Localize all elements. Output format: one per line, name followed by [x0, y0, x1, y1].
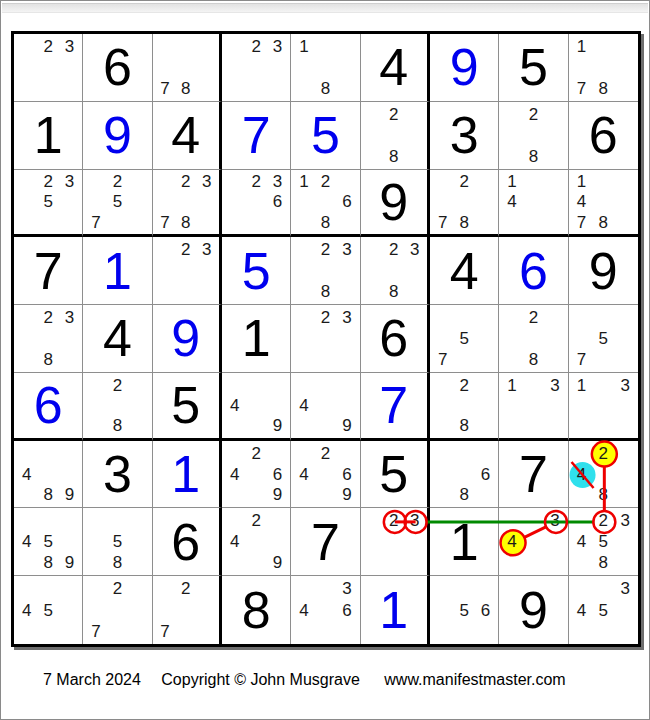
- candidates-r8c4: 249: [222, 508, 290, 575]
- candidates-r3c1: 235: [14, 170, 82, 235]
- candidate-r8c1-d4: 4: [16, 531, 37, 552]
- candidate-r3c1-d2: 2: [37, 172, 58, 192]
- candidates-r3c7: 278: [430, 170, 498, 235]
- candidates-r3c5: 1268: [291, 170, 359, 235]
- candidate-r3c3-d8: 8: [175, 212, 196, 232]
- value-r8c5: 7: [291, 508, 359, 575]
- cell-r3c6[interactable]: 9: [361, 170, 430, 238]
- candidate-r9c7-d6: 6: [475, 599, 496, 620]
- candidate-r8c8-d4: 4: [501, 531, 522, 552]
- cell-r5c8[interactable]: 28: [499, 305, 568, 373]
- candidate-r4c5-d8: 8: [315, 281, 336, 302]
- cell-r9c7[interactable]: 56: [430, 576, 499, 644]
- candidates-r7c5: 2469: [291, 441, 359, 508]
- candidate-r1c3-d7: 7: [155, 78, 176, 99]
- cell-r7c1[interactable]: 489: [14, 441, 83, 509]
- cell-r1c5[interactable]: 18: [291, 34, 360, 102]
- candidate-r3c2-d2: 2: [107, 172, 128, 192]
- cell-r5c9[interactable]: 57: [569, 305, 638, 373]
- footer-website: www.manifestmaster.com: [384, 671, 565, 688]
- value-r2c3: 4: [153, 102, 219, 169]
- value-r1c2: 6: [83, 34, 151, 101]
- candidate-r9c9-d3: 3: [614, 578, 636, 599]
- candidate-r7c4-d2: 2: [245, 443, 266, 464]
- cell-r8c6[interactable]: 23: [361, 508, 430, 576]
- cell-r3c1[interactable]: 235: [14, 170, 83, 238]
- value-r6c6: 7: [361, 373, 427, 438]
- value-r3c6: 9: [361, 170, 427, 235]
- candidate-r1c1-d3: 3: [59, 36, 80, 57]
- candidate-r3c3-d3: 3: [196, 172, 217, 192]
- cell-r6c1[interactable]: 6: [14, 373, 83, 441]
- cell-r3c2[interactable]: 257: [83, 170, 152, 238]
- value-r7c6: 5: [361, 441, 427, 508]
- candidate-r6c4-d9: 9: [267, 415, 288, 435]
- cell-r5c3[interactable]: 9: [153, 305, 222, 373]
- candidates-r7c1: 489: [14, 441, 82, 508]
- value-r4c1: 7: [14, 237, 82, 304]
- candidate-r7c7-d6: 6: [475, 464, 496, 485]
- candidate-r3c3-d7: 7: [155, 212, 176, 232]
- candidate-r8c2-d5: 5: [107, 531, 128, 552]
- candidates-r6c2: 28: [83, 373, 151, 438]
- cell-r8c4[interactable]: 249: [222, 508, 291, 576]
- candidate-r3c9-d8: 8: [592, 212, 614, 232]
- cell-r1c4[interactable]: 23: [222, 34, 291, 102]
- candidates-r9c5: 346: [291, 576, 359, 644]
- cell-r5c6[interactable]: 6: [361, 305, 430, 373]
- cell-r7c8[interactable]: 7: [499, 441, 568, 509]
- candidate-r6c2-d2: 2: [107, 375, 128, 395]
- candidate-r7c7-d8: 8: [453, 485, 474, 506]
- candidate-r3c2-d7: 7: [85, 212, 106, 232]
- candidate-r4c6-d2: 2: [383, 239, 404, 260]
- candidates-r9c2: 27: [83, 576, 151, 644]
- candidate-r6c7-d8: 8: [453, 415, 474, 435]
- candidate-r1c9-d1: 1: [571, 36, 593, 57]
- candidates-r3c2: 257: [83, 170, 151, 235]
- candidates-r1c4: 23: [222, 34, 290, 101]
- candidates-r2c8: 28: [499, 102, 567, 169]
- candidate-r2c8-d8: 8: [523, 146, 544, 167]
- candidate-r3c9-d4: 4: [571, 192, 593, 212]
- candidates-r4c5: 238: [291, 237, 359, 304]
- candidates-r8c2: 58: [83, 508, 151, 575]
- candidate-r9c3-d7: 7: [155, 621, 176, 642]
- candidate-r1c4-d2: 2: [245, 36, 266, 57]
- cell-r2c6[interactable]: 28: [361, 102, 430, 170]
- candidates-r6c7: 28: [430, 373, 498, 438]
- candidates-r9c9: 345: [569, 576, 638, 644]
- candidate-r3c1-d5: 5: [37, 192, 58, 212]
- candidate-r7c9-d8: 8: [592, 485, 614, 506]
- candidate-r9c3-d2: 2: [175, 578, 196, 599]
- candidates-r7c4: 2469: [222, 441, 290, 508]
- cell-r8c2[interactable]: 58: [83, 508, 152, 576]
- value-r2c1: 1: [14, 102, 82, 169]
- cell-r8c8[interactable]: 34: [499, 508, 568, 576]
- cell-r4c1[interactable]: 7: [14, 237, 83, 305]
- cell-r8c9[interactable]: 23458: [569, 508, 638, 576]
- candidates-r9c3: 27: [153, 576, 219, 644]
- candidates-r7c7: 68: [430, 441, 498, 508]
- candidates-r6c9: 13: [569, 373, 638, 438]
- cell-r7c2[interactable]: 3: [83, 441, 152, 509]
- candidate-r5c5-d2: 2: [315, 307, 336, 328]
- cell-r7c6[interactable]: 5: [361, 441, 430, 509]
- value-r4c9: 9: [569, 237, 638, 304]
- value-r9c6: 1: [361, 576, 427, 644]
- cell-r2c4[interactable]: 7: [222, 102, 291, 170]
- candidate-r7c5-d4: 4: [293, 464, 314, 485]
- candidate-r8c8-d3: 3: [544, 510, 565, 531]
- cell-r2c8[interactable]: 28: [499, 102, 568, 170]
- candidates-r3c3: 2378: [153, 170, 219, 235]
- cell-r5c1[interactable]: 238: [14, 305, 83, 373]
- cell-r1c6[interactable]: 4: [361, 34, 430, 102]
- footer-date: 7 March 2024: [43, 671, 141, 688]
- candidate-r3c7-d7: 7: [432, 212, 453, 232]
- candidate-r8c6-d2: 2: [383, 510, 404, 531]
- cell-r6c4[interactable]: 49: [222, 373, 291, 441]
- candidate-r6c7-d2: 2: [453, 375, 474, 395]
- cell-r9c1[interactable]: 45: [14, 576, 83, 644]
- value-r2c9: 6: [569, 102, 638, 169]
- cell-r3c7[interactable]: 278: [430, 170, 499, 238]
- candidates-r5c1: 238: [14, 305, 82, 372]
- candidate-r7c4-d9: 9: [267, 485, 288, 506]
- candidate-r1c9-d7: 7: [571, 78, 593, 99]
- candidate-r3c8-d1: 1: [501, 172, 522, 192]
- candidates-r6c4: 49: [222, 373, 290, 438]
- candidate-r3c8-d4: 4: [501, 192, 522, 212]
- candidate-r9c2-d2: 2: [107, 578, 128, 599]
- candidate-r8c4-d9: 9: [267, 552, 288, 573]
- value-r1c6: 4: [361, 34, 427, 101]
- candidate-r8c9-d2: 2: [592, 510, 614, 531]
- cell-r6c8[interactable]: 13: [499, 373, 568, 441]
- candidate-r8c9-d4: 4: [571, 531, 593, 552]
- candidate-r8c9-d8: 8: [592, 552, 614, 573]
- candidate-r2c6-d8: 8: [383, 146, 404, 167]
- cell-r4c4[interactable]: 5: [222, 237, 291, 305]
- candidate-r6c8-d3: 3: [544, 375, 565, 395]
- cell-r8c1[interactable]: 4589: [14, 508, 83, 576]
- candidate-r3c5-d6: 6: [336, 192, 357, 212]
- cell-r2c1[interactable]: 1: [14, 102, 83, 170]
- cell-r9c5[interactable]: 346: [291, 576, 360, 644]
- candidate-r7c4-d6: 6: [267, 464, 288, 485]
- cell-r4c6[interactable]: 238: [361, 237, 430, 305]
- candidates-r1c9: 178: [569, 34, 638, 101]
- candidates-r3c9: 1478: [569, 170, 638, 235]
- cell-r2c3[interactable]: 4: [153, 102, 222, 170]
- candidate-r7c1-d8: 8: [37, 485, 58, 506]
- cell-r7c3[interactable]: 1: [153, 441, 222, 509]
- cell-r5c4[interactable]: 1: [222, 305, 291, 373]
- candidates-r3c4: 236: [222, 170, 290, 235]
- candidate-r9c9-d4: 4: [571, 599, 593, 620]
- value-r2c5: 5: [291, 102, 359, 169]
- candidate-r4c5-d2: 2: [315, 239, 336, 260]
- candidate-r6c2-d8: 8: [107, 415, 128, 435]
- candidate-r3c5-d8: 8: [315, 212, 336, 232]
- candidate-r3c4-d3: 3: [267, 172, 288, 192]
- value-r4c4: 5: [222, 237, 290, 304]
- value-r4c2: 1: [83, 237, 151, 304]
- value-r4c8: 6: [499, 237, 567, 304]
- candidate-r6c5-d4: 4: [293, 395, 314, 415]
- cell-r5c2[interactable]: 4: [83, 305, 152, 373]
- candidates-r5c7: 57: [430, 305, 498, 372]
- candidate-r3c5-d2: 2: [315, 172, 336, 192]
- cell-r4c3[interactable]: 23: [153, 237, 222, 305]
- cell-r1c9[interactable]: 178: [569, 34, 638, 102]
- candidates-r9c1: 45: [14, 576, 82, 644]
- candidate-r4c3-d3: 3: [196, 239, 217, 260]
- candidate-r8c2-d8: 8: [107, 552, 128, 573]
- cell-r2c5[interactable]: 5: [291, 102, 360, 170]
- candidate-r3c5-d1: 1: [293, 172, 314, 192]
- candidate-r5c1-d8: 8: [37, 349, 58, 370]
- candidate-r8c4-d4: 4: [224, 531, 245, 552]
- candidates-r9c7: 56: [430, 576, 498, 644]
- value-r5c4: 1: [222, 305, 290, 372]
- candidate-r8c6-d3: 3: [404, 510, 425, 531]
- candidate-r3c4-d6: 6: [267, 192, 288, 212]
- cell-r8c7[interactable]: 1: [430, 508, 499, 576]
- candidate-r7c9-d4: 4: [571, 464, 593, 485]
- candidate-r6c8-d1: 1: [501, 375, 522, 395]
- cell-r1c8[interactable]: 5: [499, 34, 568, 102]
- value-r9c4: 8: [222, 576, 290, 644]
- candidate-r1c3-d8: 8: [175, 78, 196, 99]
- value-r5c2: 4: [83, 305, 151, 372]
- cell-r4c7[interactable]: 4: [430, 237, 499, 305]
- candidate-r4c3-d2: 2: [175, 239, 196, 260]
- candidate-r9c5-d3: 3: [336, 578, 357, 599]
- candidate-r5c7-d7: 7: [432, 349, 453, 370]
- candidates-r1c5: 18: [291, 34, 359, 101]
- candidates-r5c9: 57: [569, 305, 638, 372]
- candidate-r2c8-d2: 2: [523, 104, 544, 125]
- cell-r9c3[interactable]: 27: [153, 576, 222, 644]
- candidate-r3c7-d2: 2: [453, 172, 474, 192]
- candidate-r1c9-d8: 8: [592, 78, 614, 99]
- value-r1c8: 5: [499, 34, 567, 101]
- candidates-r2c6: 28: [361, 102, 427, 169]
- value-r2c7: 3: [430, 102, 498, 169]
- cell-r7c7[interactable]: 68: [430, 441, 499, 509]
- candidate-r9c1-d5: 5: [37, 599, 58, 620]
- value-r8c3: 6: [153, 508, 219, 575]
- candidates-r8c1: 4589: [14, 508, 82, 575]
- cell-r5c7[interactable]: 57: [430, 305, 499, 373]
- value-r2c4: 7: [222, 102, 290, 169]
- cell-r1c2[interactable]: 6: [83, 34, 152, 102]
- cell-r7c9[interactable]: 248: [569, 441, 638, 509]
- cell-r3c4[interactable]: 236: [222, 170, 291, 238]
- cell-r2c7[interactable]: 3: [430, 102, 499, 170]
- candidate-r1c5-d8: 8: [315, 78, 336, 99]
- cell-r9c6[interactable]: 1: [361, 576, 430, 644]
- cell-r9c4[interactable]: 8: [222, 576, 291, 644]
- candidates-r3c8: 14: [499, 170, 567, 235]
- value-r7c3: 1: [153, 441, 219, 508]
- candidates-r5c5: 23: [291, 305, 359, 372]
- candidates-r5c8: 28: [499, 305, 567, 372]
- candidates-r4c6: 238: [361, 237, 427, 304]
- candidate-r5c1-d2: 2: [37, 307, 58, 328]
- cell-r1c3[interactable]: 78: [153, 34, 222, 102]
- cell-r1c1[interactable]: 23: [14, 34, 83, 102]
- cell-r2c2[interactable]: 9: [83, 102, 152, 170]
- cell-r4c2[interactable]: 1: [83, 237, 152, 305]
- candidate-r8c4-d2: 2: [245, 510, 266, 531]
- cell-r9c9[interactable]: 345: [569, 576, 638, 644]
- cell-r4c5[interactable]: 238: [291, 237, 360, 305]
- candidate-r7c9-d2: 2: [592, 443, 614, 464]
- candidate-r6c9-d3: 3: [614, 375, 636, 395]
- candidate-r9c5-d6: 6: [336, 599, 357, 620]
- candidate-r7c5-d9: 9: [336, 485, 357, 506]
- candidate-r9c1-d4: 4: [16, 599, 37, 620]
- cell-r4c9[interactable]: 9: [569, 237, 638, 305]
- candidate-r5c9-d5: 5: [592, 328, 614, 349]
- cell-r1c7[interactable]: 9: [430, 34, 499, 102]
- candidate-r6c9-d1: 1: [571, 375, 593, 395]
- candidate-r8c1-d5: 5: [37, 531, 58, 552]
- candidate-r7c4-d4: 4: [224, 464, 245, 485]
- candidate-r3c2-d5: 5: [107, 192, 128, 212]
- cell-r7c4[interactable]: 2469: [222, 441, 291, 509]
- candidates-r8c9: 23458: [569, 508, 638, 575]
- candidate-r7c5-d6: 6: [336, 464, 357, 485]
- value-r4c7: 4: [430, 237, 498, 304]
- candidate-r3c9-d7: 7: [571, 212, 593, 232]
- candidate-r5c8-d2: 2: [523, 307, 544, 328]
- footer-copyright: Copyright © John Musgrave: [161, 671, 360, 688]
- candidate-r5c8-d8: 8: [523, 349, 544, 370]
- cell-r4c8[interactable]: 6: [499, 237, 568, 305]
- candidate-r5c7-d5: 5: [453, 328, 474, 349]
- cell-r3c9[interactable]: 1478: [569, 170, 638, 238]
- candidate-r2c6-d2: 2: [383, 104, 404, 125]
- candidate-r3c4-d2: 2: [245, 172, 266, 192]
- candidate-r7c1-d4: 4: [16, 464, 37, 485]
- window-top-strip: [2, 3, 648, 13]
- candidates-r1c3: 78: [153, 34, 219, 101]
- candidates-r4c3: 23: [153, 237, 219, 304]
- value-r6c1: 6: [14, 373, 82, 438]
- candidate-r7c5-d2: 2: [315, 443, 336, 464]
- candidate-r5c9-d7: 7: [571, 349, 593, 370]
- candidates-r1c1: 23: [14, 34, 82, 101]
- cell-r2c9[interactable]: 6: [569, 102, 638, 170]
- cell-r6c6[interactable]: 7: [361, 373, 430, 441]
- candidate-r9c5-d4: 4: [293, 599, 314, 620]
- candidate-r3c3-d2: 2: [175, 172, 196, 192]
- candidates-r8c8: 34: [499, 508, 567, 575]
- candidates-r6c8: 13: [499, 373, 567, 438]
- candidate-r3c1-d3: 3: [59, 172, 80, 192]
- candidate-r1c4-d3: 3: [267, 36, 288, 57]
- candidate-r9c7-d5: 5: [453, 599, 474, 620]
- candidate-r7c1-d9: 9: [59, 485, 80, 506]
- candidate-r3c9-d1: 1: [571, 172, 593, 192]
- cell-r6c9[interactable]: 13: [569, 373, 638, 441]
- candidate-r6c5-d9: 9: [336, 415, 357, 435]
- candidate-r5c1-d3: 3: [59, 307, 80, 328]
- cell-r3c5[interactable]: 1268: [291, 170, 360, 238]
- candidate-r4c6-d3: 3: [404, 239, 425, 260]
- cell-r9c2[interactable]: 27: [83, 576, 152, 644]
- candidate-r6c4-d4: 4: [224, 395, 245, 415]
- value-r7c8: 7: [499, 441, 567, 508]
- cell-r6c7[interactable]: 28: [430, 373, 499, 441]
- cell-r6c5[interactable]: 49: [291, 373, 360, 441]
- candidate-r3c7-d8: 8: [453, 212, 474, 232]
- candidate-r4c6-d8: 8: [383, 281, 404, 302]
- cell-r8c3[interactable]: 6: [153, 508, 222, 576]
- candidate-r5c5-d3: 3: [336, 307, 357, 328]
- cell-r3c3[interactable]: 2378: [153, 170, 222, 238]
- cell-r9c8[interactable]: 9: [499, 576, 568, 644]
- candidate-r8c9-d3: 3: [614, 510, 636, 531]
- value-r5c6: 6: [361, 305, 427, 372]
- value-r1c7: 9: [430, 34, 498, 101]
- cell-r6c2[interactable]: 28: [83, 373, 152, 441]
- candidates-r7c9: 248: [569, 441, 638, 508]
- candidate-r1c5-d1: 1: [293, 36, 314, 57]
- value-r7c2: 3: [83, 441, 151, 508]
- candidate-r9c9-d5: 5: [592, 599, 614, 620]
- sudoku-board: 2367823184951781947528328623525723782361…: [11, 31, 641, 647]
- cell-r7c5[interactable]: 2469: [291, 441, 360, 509]
- value-r8c7: 1: [430, 508, 498, 575]
- candidate-r4c5-d3: 3: [336, 239, 357, 260]
- candidate-r8c1-d8: 8: [37, 552, 58, 573]
- candidate-r8c1-d9: 9: [59, 552, 80, 573]
- value-r5c3: 9: [153, 305, 219, 372]
- candidates-r8c6: 23: [361, 508, 427, 575]
- cell-r3c8[interactable]: 14: [499, 170, 568, 238]
- value-r2c2: 9: [83, 102, 151, 169]
- candidate-r8c9-d5: 5: [592, 531, 614, 552]
- cell-r6c3[interactable]: 5: [153, 373, 222, 441]
- value-r9c8: 9: [499, 576, 567, 644]
- page: 2367823184951781947528328623525723782361…: [0, 0, 650, 720]
- candidate-r9c2-d7: 7: [85, 621, 106, 642]
- value-r6c3: 5: [153, 373, 219, 438]
- footer: 7 March 2024 Copyright © John Musgrave w…: [43, 671, 566, 689]
- cell-r8c5[interactable]: 7: [291, 508, 360, 576]
- cell-r5c5[interactable]: 23: [291, 305, 360, 373]
- candidates-r6c5: 49: [291, 373, 359, 438]
- candidate-r1c1-d2: 2: [37, 36, 58, 57]
